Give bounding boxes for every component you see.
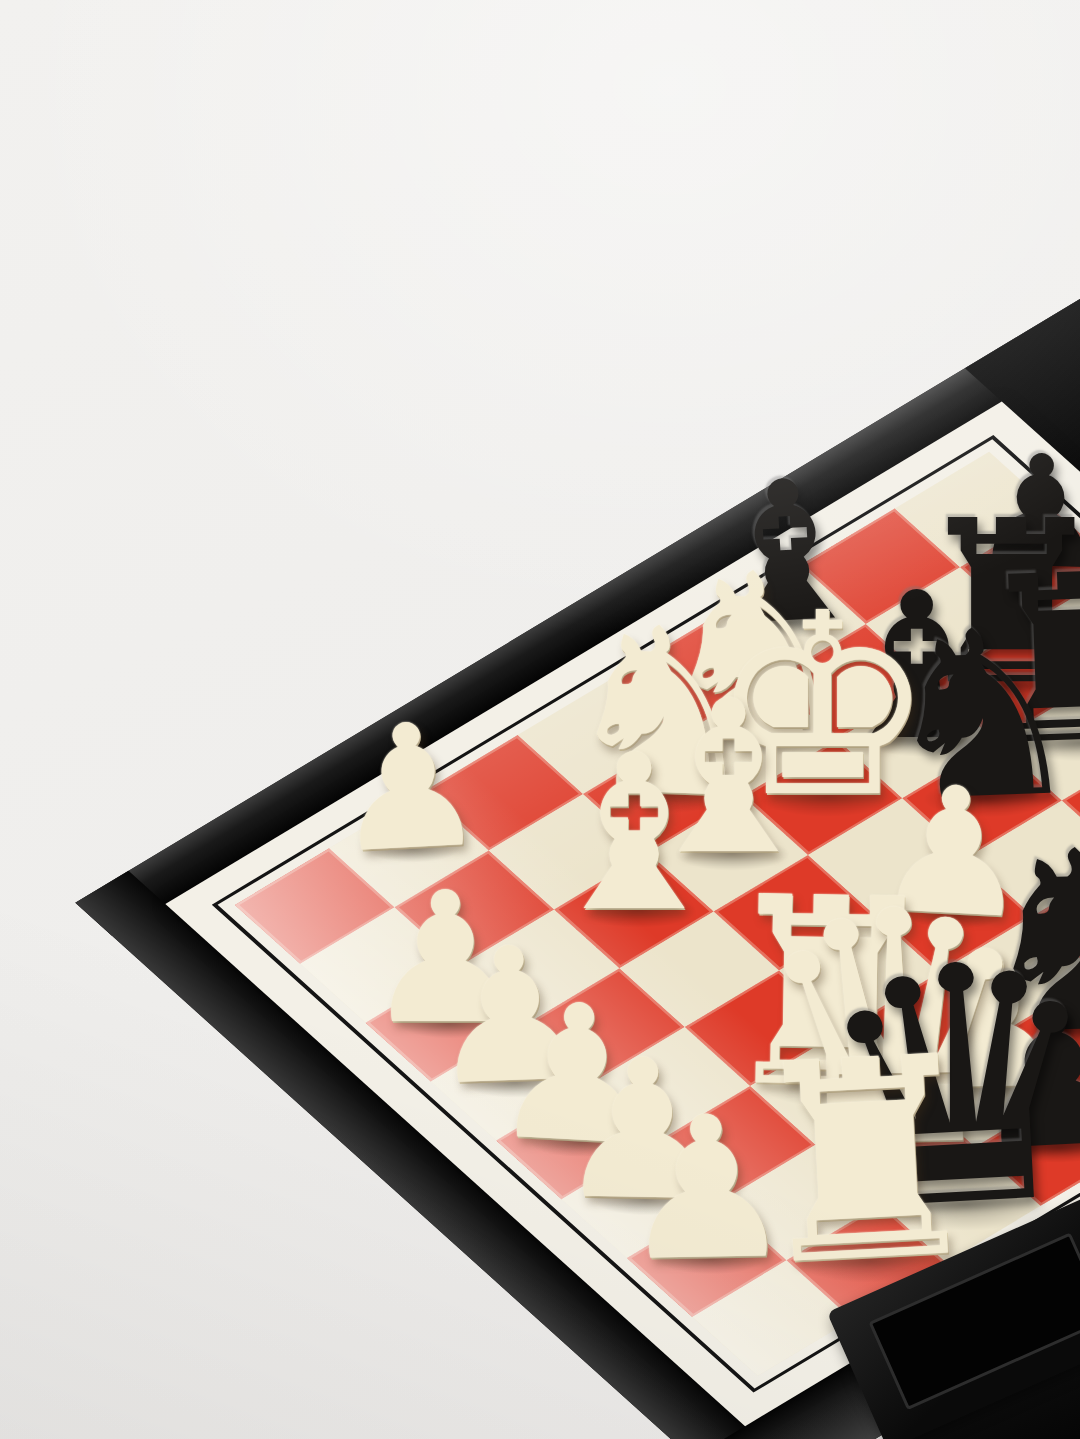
product-photo: ♟♝♞♞♟♟♝♝♚♝♜♟♞♜♟♟♟♜♟♛♟♞♜♛♟	[0, 0, 1080, 1439]
chess-board	[235, 452, 1080, 1376]
